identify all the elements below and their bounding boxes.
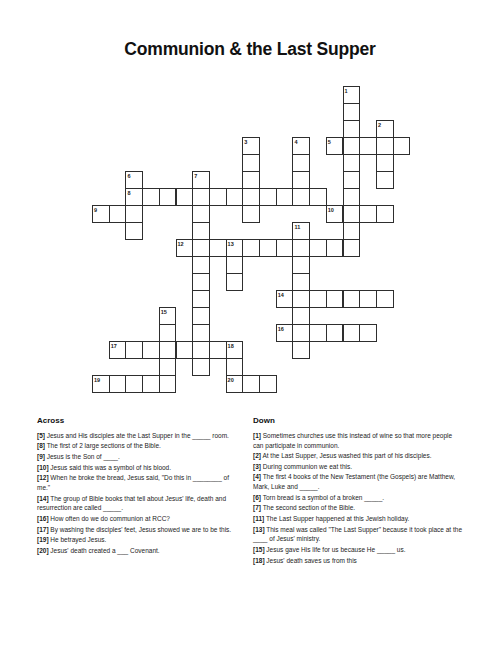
across-clue-number-12: [12] — [37, 474, 49, 481]
cell-r12c13[interactable] — [309, 290, 327, 308]
cell-r17c10[interactable] — [259, 375, 277, 393]
cell-r6c7[interactable] — [209, 188, 227, 206]
across-clue-17: [17] By washing the disciples' feet, Jes… — [37, 525, 242, 535]
grid-number-13: 13 — [228, 241, 234, 247]
cell-r3c18[interactable] — [393, 137, 411, 155]
cell-r16c6[interactable] — [192, 358, 210, 376]
cell-r14c14[interactable] — [326, 324, 344, 342]
cell-r12c6[interactable] — [192, 290, 210, 308]
cell-r7c16[interactable] — [359, 205, 377, 223]
cell-r12c15[interactable] — [343, 290, 361, 308]
cell-r4c9[interactable] — [242, 154, 260, 172]
cell-r2c15[interactable] — [343, 120, 361, 138]
across-clue-14: [14] The group of Bible books that tell … — [37, 494, 242, 514]
cell-r6c8[interactable] — [226, 188, 244, 206]
cell-r9c7[interactable] — [209, 239, 227, 257]
cell-r17c2[interactable] — [125, 375, 143, 393]
grid-number-8: 8 — [127, 190, 130, 196]
cell-r10c12[interactable] — [292, 256, 310, 274]
down-clue-number-18: [18] — [253, 557, 265, 564]
grid-number-18: 18 — [228, 343, 234, 349]
grid-number-17: 17 — [111, 343, 117, 349]
cell-r5c15[interactable] — [343, 171, 361, 189]
down-clue-3: [3] During communion we eat this. — [253, 462, 463, 472]
grid-number-16: 16 — [278, 326, 284, 332]
cell-r5c9[interactable] — [242, 171, 260, 189]
cell-r14c6[interactable] — [192, 324, 210, 342]
cell-r9c12[interactable] — [292, 239, 310, 257]
down-clue-number-1: [1] — [253, 432, 261, 439]
cell-r6c5[interactable] — [176, 188, 194, 206]
cell-r6c15[interactable] — [343, 188, 361, 206]
cell-r6c12[interactable] — [292, 188, 310, 206]
cell-r8c15[interactable] — [343, 222, 361, 240]
across-clue-number-8: [8] — [37, 442, 45, 449]
across-clue-8: [8] The first of 2 large sections of the… — [37, 441, 242, 451]
across-clue-19: [19] He betrayed Jesus. — [37, 535, 242, 545]
grid-number-20: 20 — [228, 377, 234, 383]
page-title: Communion & the Last Supper — [0, 39, 500, 60]
cell-r8c2[interactable] — [125, 222, 143, 240]
across-clue-number-14: [14] — [37, 495, 49, 502]
cell-r7c17[interactable] — [376, 205, 394, 223]
cell-r6c4[interactable] — [159, 188, 177, 206]
cell-r7c1[interactable] — [109, 205, 127, 223]
cell-r17c4[interactable] — [159, 375, 177, 393]
across-clues-section: Across [5] Jesus and His disciples ate t… — [37, 416, 242, 556]
cell-r11c8[interactable] — [226, 273, 244, 291]
cell-r15c4[interactable] — [159, 341, 177, 359]
cell-r14c4[interactable] — [159, 324, 177, 342]
grid-number-15: 15 — [161, 309, 167, 315]
across-clue-10: [10] Jesus said this was a symbol of his… — [37, 463, 242, 473]
cell-r11c12[interactable] — [292, 273, 310, 291]
cell-r14c12[interactable] — [292, 324, 310, 342]
across-clue-20: [20] Jesus' death created a ___ Covenant… — [37, 546, 242, 556]
grid-number-3: 3 — [244, 139, 247, 145]
cell-r6c6[interactable] — [192, 188, 210, 206]
cell-r9c6[interactable] — [192, 239, 210, 257]
across-clue-number-16: [16] — [37, 515, 49, 522]
down-clue-15: [15] Jesus gave His life for us because … — [253, 545, 463, 555]
cell-r7c6[interactable] — [192, 205, 210, 223]
cell-r15c6[interactable] — [192, 341, 210, 359]
cell-r8c6[interactable] — [192, 222, 210, 240]
across-header: Across — [37, 416, 242, 426]
cell-r11c6[interactable] — [192, 273, 210, 291]
down-clue-number-13: [13] — [253, 526, 265, 533]
cell-r15c5[interactable] — [176, 341, 194, 359]
down-clue-number-7: [7] — [253, 504, 261, 511]
cell-r7c2[interactable] — [125, 205, 143, 223]
cell-r4c15[interactable] — [343, 154, 361, 172]
across-clue-number-5: [5] — [37, 432, 45, 439]
grid-number-1: 1 — [345, 88, 348, 94]
down-clue-18: [18] Jesus' death saves us from this — [253, 556, 463, 566]
cell-r6c3[interactable] — [142, 188, 160, 206]
grid-number-6: 6 — [127, 173, 130, 179]
cell-r5c17[interactable] — [376, 171, 394, 189]
down-clue-1: [1] Sometimes churches use this instead … — [253, 431, 463, 451]
cell-r12c12[interactable] — [292, 290, 310, 308]
cell-r17c9[interactable] — [242, 375, 260, 393]
down-clues-section: Down [1] Sometimes churches use this ins… — [253, 416, 463, 566]
down-clues-list: [1] Sometimes churches use this instead … — [253, 431, 463, 566]
across-clue-16: [16] How often do we do communion at RCC… — [37, 514, 242, 524]
cell-r6c10[interactable] — [259, 188, 277, 206]
down-header: Down — [253, 416, 463, 426]
across-clue-9: [9] Jesus is the Son of ____. — [37, 452, 242, 462]
cell-r9c15[interactable] — [343, 239, 361, 257]
down-clue-number-6: [6] — [253, 494, 261, 501]
cell-r10c6[interactable] — [192, 256, 210, 274]
cell-r14c15[interactable] — [343, 324, 361, 342]
grid-number-7: 7 — [194, 173, 197, 179]
cell-r15c2[interactable] — [125, 341, 143, 359]
across-clue-12: [12] When he broke the bread, Jesus said… — [37, 473, 242, 493]
grid-number-5: 5 — [328, 139, 331, 145]
cell-r9c13[interactable] — [309, 239, 327, 257]
cell-r16c8[interactable] — [226, 358, 244, 376]
cell-r17c1[interactable] — [109, 375, 127, 393]
cell-r12c17[interactable] — [376, 290, 394, 308]
cell-r3c17[interactable] — [376, 137, 394, 155]
cell-r5c12[interactable] — [292, 171, 310, 189]
cell-r15c7[interactable] — [209, 341, 227, 359]
cell-r13c6[interactable] — [192, 307, 210, 325]
down-clue-13: [13] This meal was called "The Last Supp… — [253, 525, 463, 545]
cell-r4c17[interactable] — [376, 154, 394, 172]
cell-r1c15[interactable] — [343, 103, 361, 121]
cell-r6c9[interactable] — [242, 188, 260, 206]
across-clue-number-10: [10] — [37, 464, 49, 471]
down-clue-11: [11] The Last Supper happened at this Je… — [253, 514, 463, 524]
cell-r7c15[interactable] — [343, 205, 361, 223]
grid-number-11: 11 — [294, 224, 300, 230]
cell-r15c12[interactable] — [292, 341, 310, 359]
cell-r15c3[interactable] — [142, 341, 160, 359]
cell-r14c13[interactable] — [309, 324, 327, 342]
cell-r9c9[interactable] — [242, 239, 260, 257]
cell-r13c12[interactable] — [292, 307, 310, 325]
down-clue-number-2: [2] — [253, 452, 261, 459]
across-clues-list: [5] Jesus and His disciples ate the Last… — [37, 431, 242, 556]
grid-number-19: 19 — [94, 377, 100, 383]
down-clue-4: [4] The first 4 books of the New Testame… — [253, 472, 463, 492]
across-clue-number-9: [9] — [37, 453, 45, 460]
grid-number-12: 12 — [178, 241, 184, 247]
across-clue-number-17: [17] — [37, 526, 49, 533]
cell-r12c14[interactable] — [326, 290, 344, 308]
cell-r10c8[interactable] — [226, 256, 244, 274]
across-clue-5: [5] Jesus and His disciples ate the Last… — [37, 431, 242, 441]
grid-number-10: 10 — [328, 207, 334, 213]
cell-r9c14[interactable] — [326, 239, 344, 257]
cell-r3c15[interactable] — [343, 137, 361, 155]
cell-r3c16[interactable] — [359, 137, 377, 155]
down-clue-number-4: [4] — [253, 473, 261, 480]
cell-r6c11[interactable] — [276, 188, 294, 206]
cell-r17c3[interactable] — [142, 375, 160, 393]
down-clue-6: [6] Torn bread is a symbol of a broken _… — [253, 493, 463, 503]
cell-r6c13[interactable] — [309, 188, 327, 206]
crossword-grid: 1234567891011121314151617181920 — [92, 86, 412, 394]
down-clue-number-3: [3] — [253, 463, 261, 470]
grid-number-2: 2 — [378, 122, 381, 128]
down-clue-7: [7] The second section of the Bible. — [253, 503, 463, 513]
grid-number-9: 9 — [94, 207, 97, 213]
across-clue-number-19: [19] — [37, 536, 49, 543]
down-clue-number-15: [15] — [253, 546, 265, 553]
cell-r9c11[interactable] — [276, 239, 294, 257]
cell-r12c16[interactable] — [359, 290, 377, 308]
down-clue-2: [2] At the Last Supper, Jesus washed thi… — [253, 451, 463, 461]
cell-r14c16[interactable] — [359, 324, 377, 342]
across-clue-number-20: [20] — [37, 547, 49, 554]
cell-r9c10[interactable] — [259, 239, 277, 257]
crossword-page: Communion & the Last Supper 123456789101… — [0, 0, 500, 647]
grid-number-4: 4 — [294, 139, 297, 145]
down-clue-number-11: [11] — [253, 515, 264, 522]
cell-r4c12[interactable] — [292, 154, 310, 172]
cell-r16c4[interactable] — [159, 358, 177, 376]
grid-number-14: 14 — [278, 292, 284, 298]
cell-r7c9[interactable] — [242, 205, 260, 223]
